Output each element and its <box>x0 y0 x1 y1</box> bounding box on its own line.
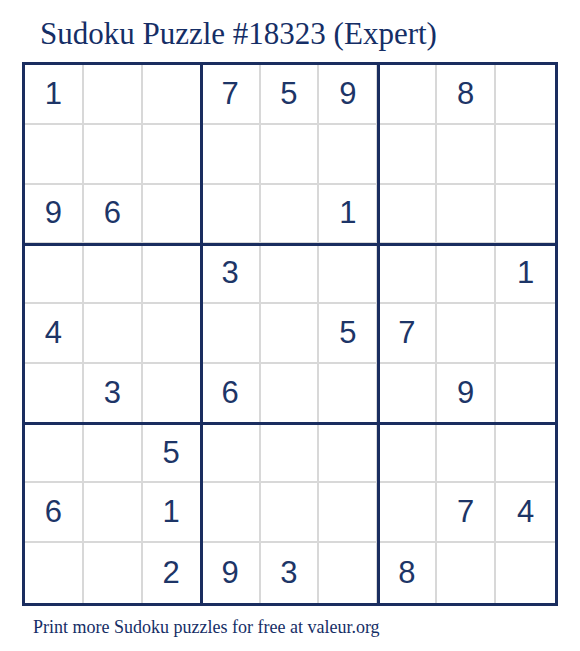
cell-r1c2[interactable] <box>84 65 143 125</box>
cell-r2c6[interactable] <box>319 125 378 185</box>
cell-r1c5[interactable]: 5 <box>261 65 320 125</box>
cell-r4c8[interactable] <box>437 244 496 304</box>
cell-r6c3[interactable] <box>143 364 202 424</box>
cell-r9c9[interactable] <box>496 543 555 603</box>
cell-r5c7[interactable]: 7 <box>378 304 437 364</box>
cell-r3c3[interactable] <box>143 185 202 245</box>
cell-r3c8[interactable] <box>437 185 496 245</box>
cell-r8c9[interactable]: 4 <box>496 483 555 543</box>
cell-r9c1[interactable] <box>25 543 84 603</box>
cell-r1c8[interactable]: 8 <box>437 65 496 125</box>
cell-r9c4[interactable]: 9 <box>202 543 261 603</box>
cell-r4c1[interactable] <box>25 244 84 304</box>
cell-r6c2[interactable]: 3 <box>84 364 143 424</box>
cell-r8c4[interactable] <box>202 483 261 543</box>
cell-r1c9[interactable] <box>496 65 555 125</box>
cell-r3c9[interactable] <box>496 185 555 245</box>
cell-r6c8[interactable]: 9 <box>437 364 496 424</box>
box-divider-horizontal-2 <box>25 422 555 425</box>
cell-r8c5[interactable] <box>261 483 320 543</box>
cell-r6c1[interactable] <box>25 364 84 424</box>
sudoku-board: 1759896131457369561742938 <box>22 62 558 606</box>
sudoku-cells: 1759896131457369561742938 <box>25 65 555 603</box>
cell-r2c7[interactable] <box>378 125 437 185</box>
cell-r4c4[interactable]: 3 <box>202 244 261 304</box>
cell-r7c1[interactable] <box>25 424 84 484</box>
box-divider-vertical-1 <box>200 65 203 603</box>
cell-r9c6[interactable] <box>319 543 378 603</box>
cell-r8c6[interactable] <box>319 483 378 543</box>
box-divider-horizontal-1 <box>25 243 555 246</box>
cell-r6c5[interactable] <box>261 364 320 424</box>
cell-r6c7[interactable] <box>378 364 437 424</box>
cell-r1c3[interactable] <box>143 65 202 125</box>
cell-r7c5[interactable] <box>261 424 320 484</box>
cell-r3c1[interactable]: 9 <box>25 185 84 245</box>
cell-r7c8[interactable] <box>437 424 496 484</box>
cell-r2c1[interactable] <box>25 125 84 185</box>
cell-r5c2[interactable] <box>84 304 143 364</box>
page-title: Sudoku Puzzle #18323 (Expert) <box>40 16 437 52</box>
cell-r3c5[interactable] <box>261 185 320 245</box>
cell-r2c5[interactable] <box>261 125 320 185</box>
cell-r9c5[interactable]: 3 <box>261 543 320 603</box>
cell-r6c6[interactable] <box>319 364 378 424</box>
cell-r7c3[interactable]: 5 <box>143 424 202 484</box>
cell-r3c6[interactable]: 1 <box>319 185 378 245</box>
cell-r6c4[interactable]: 6 <box>202 364 261 424</box>
cell-r8c8[interactable]: 7 <box>437 483 496 543</box>
cell-r2c9[interactable] <box>496 125 555 185</box>
cell-r2c2[interactable] <box>84 125 143 185</box>
cell-r1c1[interactable]: 1 <box>25 65 84 125</box>
cell-r1c4[interactable]: 7 <box>202 65 261 125</box>
cell-r7c6[interactable] <box>319 424 378 484</box>
cell-r5c6[interactable]: 5 <box>319 304 378 364</box>
cell-r1c7[interactable] <box>378 65 437 125</box>
cell-r5c5[interactable] <box>261 304 320 364</box>
cell-r9c3[interactable]: 2 <box>143 543 202 603</box>
box-divider-vertical-2 <box>377 65 380 603</box>
cell-r3c2[interactable]: 6 <box>84 185 143 245</box>
footer-text: Print more Sudoku puzzles for free at va… <box>33 617 380 638</box>
cell-r3c4[interactable] <box>202 185 261 245</box>
cell-r5c8[interactable] <box>437 304 496 364</box>
cell-r2c4[interactable] <box>202 125 261 185</box>
cell-r5c1[interactable]: 4 <box>25 304 84 364</box>
cell-r8c1[interactable]: 6 <box>25 483 84 543</box>
cell-r4c3[interactable] <box>143 244 202 304</box>
cell-r1c6[interactable]: 9 <box>319 65 378 125</box>
cell-r4c6[interactable] <box>319 244 378 304</box>
cell-r8c7[interactable] <box>378 483 437 543</box>
cell-r2c3[interactable] <box>143 125 202 185</box>
cell-r7c9[interactable] <box>496 424 555 484</box>
cell-r7c2[interactable] <box>84 424 143 484</box>
cell-r7c4[interactable] <box>202 424 261 484</box>
cell-r7c7[interactable] <box>378 424 437 484</box>
cell-r3c7[interactable] <box>378 185 437 245</box>
cell-r4c7[interactable] <box>378 244 437 304</box>
cell-r8c3[interactable]: 1 <box>143 483 202 543</box>
cell-r5c4[interactable] <box>202 304 261 364</box>
cell-r5c9[interactable] <box>496 304 555 364</box>
cell-r4c9[interactable]: 1 <box>496 244 555 304</box>
cell-r9c2[interactable] <box>84 543 143 603</box>
cell-r8c2[interactable] <box>84 483 143 543</box>
cell-r6c9[interactable] <box>496 364 555 424</box>
cell-r5c3[interactable] <box>143 304 202 364</box>
cell-r4c2[interactable] <box>84 244 143 304</box>
cell-r9c7[interactable]: 8 <box>378 543 437 603</box>
cell-r2c8[interactable] <box>437 125 496 185</box>
cell-r4c5[interactable] <box>261 244 320 304</box>
cell-r9c8[interactable] <box>437 543 496 603</box>
